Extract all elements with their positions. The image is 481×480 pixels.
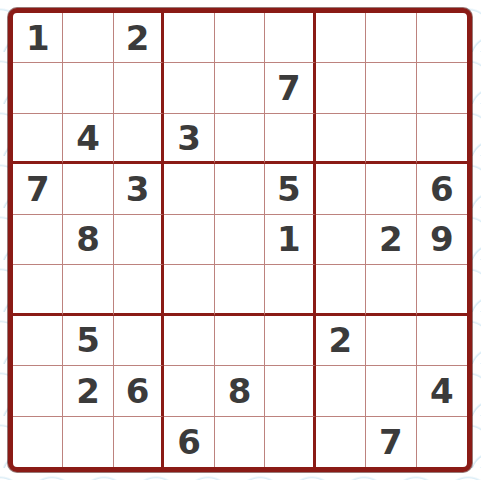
cell-r2c4[interactable] [164, 63, 214, 113]
cell-r2c6[interactable]: 7 [265, 63, 315, 113]
cell-r5c8[interactable]: 2 [366, 215, 416, 265]
given-digit: 1 [277, 222, 301, 256]
given-digit: 4 [430, 374, 454, 408]
cell-r3c6[interactable] [265, 114, 315, 164]
cell-r9c2[interactable] [63, 417, 113, 467]
given-digit: 5 [277, 172, 301, 206]
cell-r4c2[interactable] [63, 164, 113, 214]
given-digit: 1 [26, 21, 50, 55]
given-digit: 6 [126, 374, 150, 408]
cell-r2c3[interactable] [114, 63, 164, 113]
cell-r7c8[interactable] [366, 316, 416, 366]
cell-r7c5[interactable] [215, 316, 265, 366]
cell-r7c1[interactable] [13, 316, 63, 366]
cell-r8c8[interactable] [366, 366, 416, 416]
cell-r2c2[interactable] [63, 63, 113, 113]
cell-r5c6[interactable]: 1 [265, 215, 315, 265]
cell-r6c9[interactable] [417, 265, 467, 315]
cell-r5c2[interactable]: 8 [63, 215, 113, 265]
cell-r6c4[interactable] [164, 265, 214, 315]
cell-r8c5[interactable]: 8 [215, 366, 265, 416]
cell-r1c7[interactable] [316, 13, 366, 63]
cell-r4c6[interactable]: 5 [265, 164, 315, 214]
cell-r9c9[interactable] [417, 417, 467, 467]
cell-r5c1[interactable] [13, 215, 63, 265]
given-digit: 5 [76, 323, 100, 357]
cell-r1c9[interactable] [417, 13, 467, 63]
cell-r6c5[interactable] [215, 265, 265, 315]
page-background: { "game": "sudoku", "grid_size": 9, "pos… [0, 0, 481, 480]
cell-r5c3[interactable] [114, 215, 164, 265]
given-digit: 6 [430, 172, 454, 206]
cell-r7c4[interactable] [164, 316, 214, 366]
cell-r9c4[interactable]: 6 [164, 417, 214, 467]
given-digit: 6 [177, 425, 201, 459]
cell-r4c5[interactable] [215, 164, 265, 214]
cell-r3c8[interactable] [366, 114, 416, 164]
cell-r6c3[interactable] [114, 265, 164, 315]
cell-r3c7[interactable] [316, 114, 366, 164]
cell-r3c2[interactable]: 4 [63, 114, 113, 164]
cell-r7c9[interactable] [417, 316, 467, 366]
cell-r2c8[interactable] [366, 63, 416, 113]
cell-r6c2[interactable] [63, 265, 113, 315]
cell-r4c1[interactable]: 7 [13, 164, 63, 214]
cell-r5c9[interactable]: 9 [417, 215, 467, 265]
cell-r3c5[interactable] [215, 114, 265, 164]
cell-r8c9[interactable]: 4 [417, 366, 467, 416]
cell-r3c1[interactable] [13, 114, 63, 164]
given-digit: 7 [277, 71, 301, 105]
cell-r6c8[interactable] [366, 265, 416, 315]
cell-r1c8[interactable] [366, 13, 416, 63]
cell-r2c9[interactable] [417, 63, 467, 113]
cell-r4c9[interactable]: 6 [417, 164, 467, 214]
given-digit: 7 [379, 425, 403, 459]
given-digit: 2 [76, 374, 100, 408]
cell-r8c1[interactable] [13, 366, 63, 416]
cell-r8c2[interactable]: 2 [63, 366, 113, 416]
cell-r8c3[interactable]: 6 [114, 366, 164, 416]
cell-r9c3[interactable] [114, 417, 164, 467]
cell-r2c5[interactable] [215, 63, 265, 113]
cell-r8c4[interactable] [164, 366, 214, 416]
given-digit: 2 [126, 21, 150, 55]
cell-r4c8[interactable] [366, 164, 416, 214]
cell-r7c7[interactable]: 2 [316, 316, 366, 366]
cell-r6c1[interactable] [13, 265, 63, 315]
sudoku-board: 127437356812952268467 [8, 8, 472, 472]
cell-r4c3[interactable]: 3 [114, 164, 164, 214]
given-digit: 3 [177, 121, 201, 155]
cell-r8c7[interactable] [316, 366, 366, 416]
cell-r9c6[interactable] [265, 417, 315, 467]
cell-r3c9[interactable] [417, 114, 467, 164]
given-digit: 7 [26, 172, 50, 206]
given-digit: 2 [379, 222, 403, 256]
given-digit: 2 [329, 323, 353, 357]
cell-r1c2[interactable] [63, 13, 113, 63]
given-digit: 8 [228, 374, 252, 408]
cell-r6c7[interactable] [316, 265, 366, 315]
cell-r3c3[interactable] [114, 114, 164, 164]
cell-r9c5[interactable] [215, 417, 265, 467]
cell-r2c7[interactable] [316, 63, 366, 113]
cell-r5c7[interactable] [316, 215, 366, 265]
cell-r1c1[interactable]: 1 [13, 13, 63, 63]
cell-r2c1[interactable] [13, 63, 63, 113]
cell-r1c6[interactable] [265, 13, 315, 63]
given-digit: 4 [76, 121, 100, 155]
given-digit: 3 [126, 172, 150, 206]
cell-r3c4[interactable]: 3 [164, 114, 214, 164]
cell-r7c2[interactable]: 5 [63, 316, 113, 366]
given-digit: 9 [430, 222, 454, 256]
cell-r7c3[interactable] [114, 316, 164, 366]
cell-r4c7[interactable] [316, 164, 366, 214]
cell-r9c7[interactable] [316, 417, 366, 467]
cell-r1c3[interactable]: 2 [114, 13, 164, 63]
cell-r6c6[interactable] [265, 265, 315, 315]
cell-r5c5[interactable] [215, 215, 265, 265]
cell-r7c6[interactable] [265, 316, 315, 366]
cell-r4c4[interactable] [164, 164, 214, 214]
cell-r1c4[interactable] [164, 13, 214, 63]
given-digit: 8 [76, 222, 100, 256]
cell-r9c8[interactable]: 7 [366, 417, 416, 467]
cell-r9c1[interactable] [13, 417, 63, 467]
cell-r1c5[interactable] [215, 13, 265, 63]
cell-r8c6[interactable] [265, 366, 315, 416]
cell-r5c4[interactable] [164, 215, 214, 265]
